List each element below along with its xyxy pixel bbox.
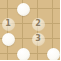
move-number-label: 2 bbox=[35, 20, 41, 28]
board-point[interactable] bbox=[46, 47, 61, 61]
numbered-ghost-stone[interactable]: 1 bbox=[2, 18, 15, 31]
board-point[interactable] bbox=[31, 2, 46, 17]
board-point[interactable] bbox=[1, 32, 16, 47]
numbered-ghost-stone[interactable]: 3 bbox=[32, 33, 45, 46]
move-number-label: 1 bbox=[5, 20, 11, 28]
board-point[interactable] bbox=[1, 2, 16, 17]
board-point[interactable] bbox=[16, 2, 31, 17]
board-point[interactable] bbox=[31, 47, 46, 61]
board-point[interactable]: 3 bbox=[31, 32, 46, 47]
go-board-grid: 123 bbox=[1, 2, 61, 61]
board-point[interactable] bbox=[46, 17, 61, 32]
white-stone[interactable] bbox=[47, 48, 60, 61]
white-stone[interactable] bbox=[17, 3, 30, 16]
board-point[interactable] bbox=[16, 17, 31, 32]
board-point[interactable] bbox=[46, 2, 61, 17]
board-point[interactable] bbox=[46, 32, 61, 47]
board-point[interactable] bbox=[16, 32, 31, 47]
board-point[interactable]: 2 bbox=[31, 17, 46, 32]
board-point[interactable] bbox=[16, 47, 31, 61]
board-point[interactable] bbox=[1, 47, 16, 61]
board-point[interactable]: 1 bbox=[1, 17, 16, 32]
go-board[interactable]: 123 bbox=[0, 0, 60, 60]
white-stone[interactable] bbox=[17, 48, 30, 61]
white-stone[interactable] bbox=[2, 33, 15, 46]
move-number-label: 3 bbox=[35, 35, 41, 43]
numbered-ghost-stone[interactable]: 2 bbox=[32, 18, 45, 31]
